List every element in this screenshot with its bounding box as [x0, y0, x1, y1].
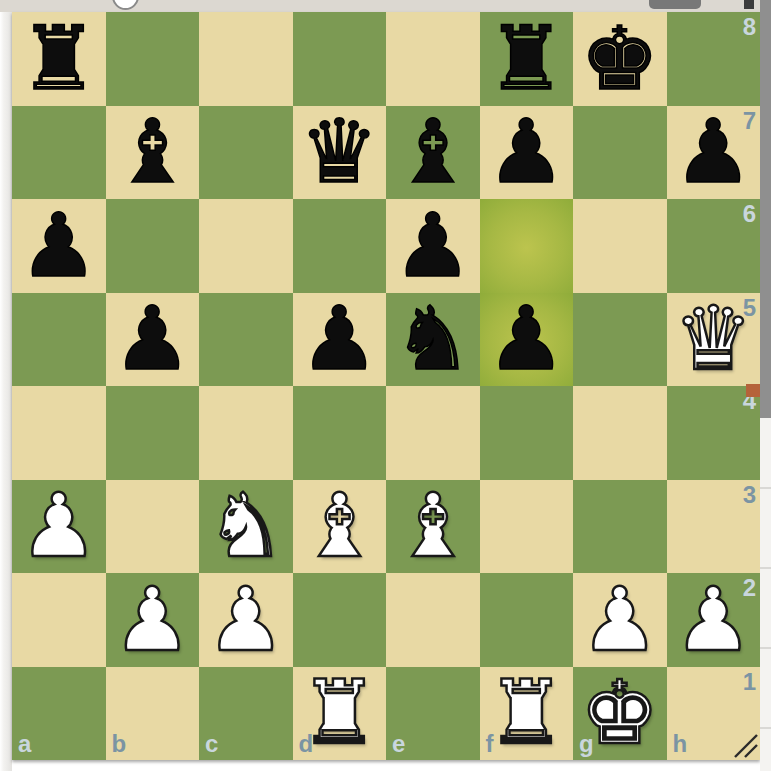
square-e6[interactable]: ♟ — [386, 199, 480, 293]
square-d4[interactable] — [293, 386, 387, 480]
square-f5[interactable]: ♟ — [480, 293, 574, 387]
piece-black-bishop-e7[interactable]: ♝ — [386, 106, 480, 200]
square-g2[interactable]: ♟ — [573, 573, 667, 667]
square-c3[interactable]: ♞ — [199, 480, 293, 574]
square-e3[interactable]: ♝ — [386, 480, 480, 574]
square-e2[interactable] — [386, 573, 480, 667]
square-a5[interactable] — [12, 293, 106, 387]
square-a6[interactable]: ♟ — [12, 199, 106, 293]
square-h4[interactable]: 4 — [667, 386, 761, 480]
square-c4[interactable] — [199, 386, 293, 480]
square-b6[interactable] — [106, 199, 200, 293]
scroll-track-separator — [760, 727, 771, 729]
piece-white-pawn-c2[interactable]: ♟ — [199, 573, 293, 667]
resize-handle-icon[interactable] — [733, 733, 759, 759]
coord-file-b: b — [112, 730, 127, 758]
square-a4[interactable] — [12, 386, 106, 480]
scroll-track-separator — [760, 647, 771, 649]
square-f7[interactable]: ♟ — [480, 106, 574, 200]
piece-black-pawn-f5[interactable]: ♟ — [480, 293, 574, 387]
square-f1[interactable]: f♜ — [480, 667, 574, 761]
coord-rank-1: 1 — [743, 668, 756, 696]
piece-black-king-g8[interactable]: ♚ — [573, 12, 667, 106]
chess-board[interactable]: ♜♜♚8♝♛♝♟7♟♟♟6♟♟♞♟5♛4♟♞♝♝3♟♟♟2♟abcd♜ef♜g♚… — [12, 12, 760, 760]
square-g6[interactable] — [573, 199, 667, 293]
square-b8[interactable] — [106, 12, 200, 106]
scrollbar[interactable] — [760, 0, 771, 771]
coord-file-c: c — [205, 730, 218, 758]
piece-black-pawn-d5[interactable]: ♟ — [293, 293, 387, 387]
square-f8[interactable]: ♜ — [480, 12, 574, 106]
square-a3[interactable]: ♟ — [12, 480, 106, 574]
piece-black-pawn-e6[interactable]: ♟ — [386, 199, 480, 293]
coord-file-h: h — [673, 730, 688, 758]
piece-black-rook-f8[interactable]: ♜ — [480, 12, 574, 106]
scroll-track-separator — [760, 487, 771, 489]
square-d6[interactable] — [293, 199, 387, 293]
piece-white-rook-d1[interactable]: ♜ — [293, 667, 387, 761]
square-b3[interactable] — [106, 480, 200, 574]
square-c6[interactable] — [199, 199, 293, 293]
square-f4[interactable] — [480, 386, 574, 480]
square-d8[interactable] — [293, 12, 387, 106]
coord-file-e: e — [392, 730, 405, 758]
square-b1[interactable]: b — [106, 667, 200, 761]
coord-rank-6: 6 — [743, 200, 756, 228]
piece-black-pawn-a6[interactable]: ♟ — [12, 199, 106, 293]
square-d3[interactable]: ♝ — [293, 480, 387, 574]
piece-black-queen-d7[interactable]: ♛ — [293, 106, 387, 200]
square-g8[interactable]: ♚ — [573, 12, 667, 106]
square-h2[interactable]: 2♟ — [667, 573, 761, 667]
square-f6[interactable] — [480, 199, 574, 293]
piece-white-queen-h5[interactable]: ♛ — [667, 293, 761, 387]
square-h3[interactable]: 3 — [667, 480, 761, 574]
square-e8[interactable] — [386, 12, 480, 106]
piece-white-king-g1[interactable]: ♚ — [573, 667, 667, 761]
square-b2[interactable]: ♟ — [106, 573, 200, 667]
square-a7[interactable] — [12, 106, 106, 200]
scroll-track-separator — [760, 567, 771, 569]
piece-black-bishop-b7[interactable]: ♝ — [106, 106, 200, 200]
square-b5[interactable]: ♟ — [106, 293, 200, 387]
piece-black-pawn-f7[interactable]: ♟ — [480, 106, 574, 200]
square-d7[interactable]: ♛ — [293, 106, 387, 200]
piece-black-knight-e5[interactable]: ♞ — [386, 293, 480, 387]
square-c5[interactable] — [199, 293, 293, 387]
square-a2[interactable] — [12, 573, 106, 667]
square-g7[interactable] — [573, 106, 667, 200]
square-g5[interactable] — [573, 293, 667, 387]
piece-white-rook-f1[interactable]: ♜ — [480, 667, 574, 761]
orange-ui-fragment — [746, 384, 760, 397]
square-d5[interactable]: ♟ — [293, 293, 387, 387]
piece-white-knight-c3[interactable]: ♞ — [199, 480, 293, 574]
coord-file-a: a — [18, 730, 31, 758]
square-c8[interactable] — [199, 12, 293, 106]
square-g4[interactable] — [573, 386, 667, 480]
square-a1[interactable]: a — [12, 667, 106, 761]
piece-white-pawn-a3[interactable]: ♟ — [12, 480, 106, 574]
square-c7[interactable] — [199, 106, 293, 200]
coord-rank-8: 8 — [743, 13, 756, 41]
square-h5[interactable]: 5♛ — [667, 293, 761, 387]
coord-rank-3: 3 — [743, 481, 756, 509]
square-h6[interactable]: 6 — [667, 199, 761, 293]
piece-black-pawn-b5[interactable]: ♟ — [106, 293, 200, 387]
square-a8[interactable]: ♜ — [12, 12, 106, 106]
square-h7[interactable]: 7♟ — [667, 106, 761, 200]
square-b7[interactable]: ♝ — [106, 106, 200, 200]
piece-white-pawn-b2[interactable]: ♟ — [106, 573, 200, 667]
square-c2[interactable]: ♟ — [199, 573, 293, 667]
left-margin — [0, 12, 12, 771]
square-f3[interactable] — [480, 480, 574, 574]
square-e4[interactable] — [386, 386, 480, 480]
square-b4[interactable] — [106, 386, 200, 480]
square-c1[interactable]: c — [199, 667, 293, 761]
square-e1[interactable]: e — [386, 667, 480, 761]
square-h8[interactable]: 8 — [667, 12, 761, 106]
piece-white-bishop-e3[interactable]: ♝ — [386, 480, 480, 574]
top-dark-fragment — [744, 0, 754, 9]
square-e5[interactable]: ♞ — [386, 293, 480, 387]
square-g1[interactable]: g♚ — [573, 667, 667, 761]
piece-black-rook-a8[interactable]: ♜ — [12, 12, 106, 106]
piece-white-pawn-h2[interactable]: ♟ — [667, 573, 761, 667]
piece-black-pawn-h7[interactable]: ♟ — [667, 106, 761, 200]
piece-white-bishop-d3[interactable]: ♝ — [293, 480, 387, 574]
square-e7[interactable]: ♝ — [386, 106, 480, 200]
piece-white-pawn-g2[interactable]: ♟ — [573, 573, 667, 667]
scrollbar-thumb[interactable] — [760, 0, 771, 418]
square-f2[interactable] — [480, 573, 574, 667]
square-g3[interactable] — [573, 480, 667, 574]
square-d2[interactable] — [293, 573, 387, 667]
square-d1[interactable]: d♜ — [293, 667, 387, 761]
